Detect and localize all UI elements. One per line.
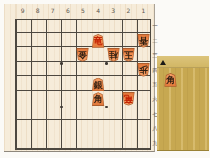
komadai-piece-stand: 角 <box>157 56 209 151</box>
shogi-board-panel: 987654321 一二三四五六七八九 竜香金桂玉歩銀角竜 <box>4 4 155 152</box>
piece-kanji: 竜 <box>92 36 103 47</box>
square-39[interactable] <box>107 136 122 151</box>
square-55[interactable] <box>76 78 91 93</box>
piece-kanji: 銀 <box>92 80 103 91</box>
square-79[interactable] <box>46 136 61 151</box>
square-64[interactable] <box>61 64 76 79</box>
square-89[interactable] <box>31 136 46 151</box>
piece-kanji: 香 <box>138 35 149 46</box>
square-91[interactable] <box>16 20 31 35</box>
piece-kanji: 角 <box>165 75 176 86</box>
square-41[interactable] <box>92 20 107 35</box>
piece-face: 金 <box>77 49 88 61</box>
square-88[interactable] <box>31 122 46 137</box>
komadai-top-band <box>157 56 209 68</box>
square-21[interactable] <box>122 20 137 35</box>
square-81[interactable] <box>31 20 46 35</box>
piece-face: 竜 <box>123 93 134 105</box>
square-51[interactable] <box>76 20 91 35</box>
square-37[interactable] <box>107 107 122 122</box>
square-52[interactable] <box>76 35 91 50</box>
piece-kanji: 角 <box>92 94 103 105</box>
shogi-piece-hand-0[interactable]: 角 <box>164 73 177 87</box>
square-92[interactable] <box>16 35 31 50</box>
square-68[interactable] <box>61 122 76 137</box>
piece-face: 桂 <box>108 49 119 61</box>
square-78[interactable] <box>46 122 61 137</box>
star-point <box>60 62 62 64</box>
square-15[interactable] <box>137 78 152 93</box>
piece-face: 銀 <box>92 78 103 90</box>
square-36[interactable] <box>107 93 122 108</box>
square-75[interactable] <box>46 78 61 93</box>
square-77[interactable] <box>46 107 61 122</box>
square-84[interactable] <box>31 64 46 79</box>
piece-face: 角 <box>165 74 176 86</box>
square-93[interactable] <box>16 49 31 64</box>
square-83[interactable] <box>31 49 46 64</box>
star-point <box>105 62 107 64</box>
square-76[interactable] <box>46 93 61 108</box>
square-61[interactable] <box>61 20 76 35</box>
square-47[interactable] <box>92 107 107 122</box>
square-16[interactable] <box>137 93 152 108</box>
square-19[interactable] <box>137 136 152 151</box>
piece-face: 角 <box>92 93 103 105</box>
sente-hand-area: 角 <box>157 69 209 151</box>
square-99[interactable] <box>16 136 31 151</box>
file-label: 4 <box>91 7 106 15</box>
square-18[interactable] <box>137 122 152 137</box>
board-grid <box>15 19 151 150</box>
square-65[interactable] <box>61 78 76 93</box>
square-96[interactable] <box>16 93 31 108</box>
square-28[interactable] <box>122 122 137 137</box>
square-63[interactable] <box>61 49 76 64</box>
piece-kanji: 桂 <box>108 49 119 60</box>
square-56[interactable] <box>76 93 91 108</box>
square-94[interactable] <box>16 64 31 79</box>
square-62[interactable] <box>61 35 76 50</box>
piece-kanji: 玉 <box>123 49 134 60</box>
file-label: 8 <box>30 7 45 15</box>
square-43[interactable] <box>92 49 107 64</box>
square-31[interactable] <box>107 20 122 35</box>
square-87[interactable] <box>31 107 46 122</box>
square-85[interactable] <box>31 78 46 93</box>
square-58[interactable] <box>76 122 91 137</box>
piece-face: 竜 <box>92 35 103 47</box>
square-74[interactable] <box>46 64 61 79</box>
square-73[interactable] <box>46 49 61 64</box>
square-25[interactable] <box>122 78 137 93</box>
square-13[interactable] <box>137 49 152 64</box>
square-95[interactable] <box>16 78 31 93</box>
square-34[interactable] <box>107 64 122 79</box>
square-72[interactable] <box>46 35 61 50</box>
square-32[interactable] <box>107 35 122 50</box>
square-54[interactable] <box>76 64 91 79</box>
square-59[interactable] <box>76 136 91 151</box>
piece-kanji: 竜 <box>123 93 134 104</box>
rank-label: 二 <box>152 38 159 44</box>
piece-kanji: 歩 <box>138 64 149 75</box>
square-69[interactable] <box>61 136 76 151</box>
rank-label: 一 <box>152 23 159 29</box>
square-57[interactable] <box>76 107 91 122</box>
square-35[interactable] <box>107 78 122 93</box>
square-82[interactable] <box>31 35 46 50</box>
square-38[interactable] <box>107 122 122 137</box>
square-17[interactable] <box>137 107 152 122</box>
square-24[interactable] <box>122 64 137 79</box>
square-22[interactable] <box>122 35 137 50</box>
sente-triangle-icon <box>160 60 166 65</box>
square-11[interactable] <box>137 20 152 35</box>
square-27[interactable] <box>122 107 137 122</box>
square-97[interactable] <box>16 107 31 122</box>
square-29[interactable] <box>122 136 137 151</box>
file-label: 1 <box>136 7 151 15</box>
piece-face: 玉 <box>123 49 134 61</box>
square-48[interactable] <box>92 122 107 137</box>
file-label: 7 <box>45 7 60 15</box>
square-98[interactable] <box>16 122 31 137</box>
file-label: 3 <box>106 7 121 15</box>
square-71[interactable] <box>46 20 61 35</box>
piece-face: 香 <box>138 35 149 47</box>
file-label: 2 <box>121 7 136 15</box>
file-label: 6 <box>60 7 75 15</box>
square-66[interactable] <box>61 93 76 108</box>
square-44[interactable] <box>92 64 107 79</box>
file-label: 9 <box>15 7 30 15</box>
square-67[interactable] <box>61 107 76 122</box>
piece-face: 歩 <box>138 64 149 76</box>
file-label: 5 <box>75 7 90 15</box>
piece-kanji: 金 <box>77 49 88 60</box>
square-49[interactable] <box>92 136 107 151</box>
square-86[interactable] <box>31 93 46 108</box>
